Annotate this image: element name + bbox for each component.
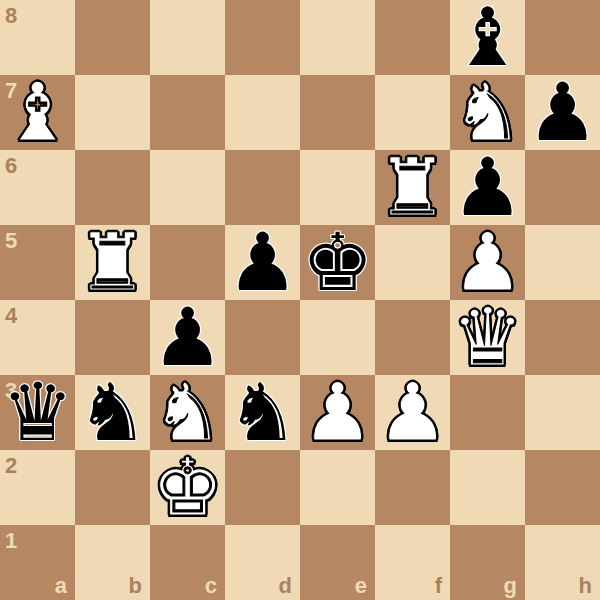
square-c2[interactable]: ♚ — [150, 450, 225, 525]
square-c8[interactable] — [150, 0, 225, 75]
rank-label-8: 8 — [5, 5, 17, 27]
black-queen-a3[interactable]: ♛ — [0, 375, 75, 450]
file-label-e: e — [355, 575, 367, 597]
square-g4[interactable]: ♛ — [450, 300, 525, 375]
square-g7[interactable]: ♞ — [450, 75, 525, 150]
rank-label-5: 5 — [5, 230, 17, 252]
square-d5[interactable]: ♟︎ — [225, 225, 300, 300]
square-b8[interactable] — [75, 0, 150, 75]
square-g8[interactable]: ♝ — [450, 0, 525, 75]
square-h1[interactable]: h — [525, 525, 600, 600]
white-pawn-f3[interactable]: ♟︎ — [375, 375, 450, 450]
black-pawn-d5[interactable]: ♟︎ — [225, 225, 300, 300]
square-b4[interactable] — [75, 300, 150, 375]
square-g2[interactable] — [450, 450, 525, 525]
square-d7[interactable] — [225, 75, 300, 150]
white-rook-b5[interactable]: ♜ — [75, 225, 150, 300]
file-label-b: b — [129, 575, 142, 597]
black-knight-d3[interactable]: ♞ — [225, 375, 300, 450]
file-label-a: a — [55, 575, 67, 597]
square-a8[interactable]: 8 — [0, 0, 75, 75]
square-h7[interactable]: ♟︎ — [525, 75, 600, 150]
square-c3[interactable]: ♞ — [150, 375, 225, 450]
square-a1[interactable]: 1a — [0, 525, 75, 600]
black-king-e5[interactable]: ♚ — [300, 225, 375, 300]
square-d8[interactable] — [225, 0, 300, 75]
square-c1[interactable]: c — [150, 525, 225, 600]
square-c7[interactable] — [150, 75, 225, 150]
square-d1[interactable]: d — [225, 525, 300, 600]
white-queen-g4[interactable]: ♛ — [450, 300, 525, 375]
square-d3[interactable]: ♞ — [225, 375, 300, 450]
square-h8[interactable] — [525, 0, 600, 75]
square-h3[interactable] — [525, 375, 600, 450]
square-e5[interactable]: ♚ — [300, 225, 375, 300]
square-c6[interactable] — [150, 150, 225, 225]
square-a6[interactable]: 6 — [0, 150, 75, 225]
square-h2[interactable] — [525, 450, 600, 525]
white-bishop-a7[interactable]: ♝ — [0, 75, 75, 150]
white-knight-g7[interactable]: ♞ — [450, 75, 525, 150]
square-f4[interactable] — [375, 300, 450, 375]
square-e8[interactable] — [300, 0, 375, 75]
file-label-d: d — [279, 575, 292, 597]
square-a7[interactable]: 7♝ — [0, 75, 75, 150]
square-b6[interactable] — [75, 150, 150, 225]
square-d4[interactable] — [225, 300, 300, 375]
white-rook-f6[interactable]: ♜ — [375, 150, 450, 225]
square-b5[interactable]: ♜ — [75, 225, 150, 300]
square-d2[interactable] — [225, 450, 300, 525]
square-b1[interactable]: b — [75, 525, 150, 600]
square-b3[interactable]: ♞ — [75, 375, 150, 450]
white-king-c2[interactable]: ♚ — [150, 450, 225, 525]
square-g1[interactable]: g — [450, 525, 525, 600]
rank-label-4: 4 — [5, 305, 17, 327]
chess-board: 8♝7♝♞♟︎6♜♟︎5♜♟︎♚♟︎4♟︎♛3♛♞♞♞♟︎♟︎2♚1abcdef… — [0, 0, 600, 600]
black-pawn-g6[interactable]: ♟︎ — [450, 150, 525, 225]
square-f7[interactable] — [375, 75, 450, 150]
square-e2[interactable] — [300, 450, 375, 525]
rank-label-1: 1 — [5, 530, 17, 552]
square-g3[interactable] — [450, 375, 525, 450]
square-e3[interactable]: ♟︎ — [300, 375, 375, 450]
square-h4[interactable] — [525, 300, 600, 375]
square-g6[interactable]: ♟︎ — [450, 150, 525, 225]
square-f8[interactable] — [375, 0, 450, 75]
file-label-h: h — [579, 575, 592, 597]
black-pawn-h7[interactable]: ♟︎ — [525, 75, 600, 150]
square-h5[interactable] — [525, 225, 600, 300]
white-pawn-g5[interactable]: ♟︎ — [450, 225, 525, 300]
square-c4[interactable]: ♟︎ — [150, 300, 225, 375]
square-b2[interactable] — [75, 450, 150, 525]
file-label-c: c — [205, 575, 217, 597]
square-g5[interactable]: ♟︎ — [450, 225, 525, 300]
square-c5[interactable] — [150, 225, 225, 300]
square-f6[interactable]: ♜ — [375, 150, 450, 225]
white-knight-c3[interactable]: ♞ — [150, 375, 225, 450]
black-bishop-g8[interactable]: ♝ — [450, 0, 525, 75]
square-f2[interactable] — [375, 450, 450, 525]
file-label-f: f — [435, 575, 442, 597]
square-a3[interactable]: 3♛ — [0, 375, 75, 450]
square-f1[interactable]: f — [375, 525, 450, 600]
square-a2[interactable]: 2 — [0, 450, 75, 525]
square-a5[interactable]: 5 — [0, 225, 75, 300]
black-pawn-c4[interactable]: ♟︎ — [150, 300, 225, 375]
file-label-g: g — [504, 575, 517, 597]
square-a4[interactable]: 4 — [0, 300, 75, 375]
square-e4[interactable] — [300, 300, 375, 375]
black-knight-b3[interactable]: ♞ — [75, 375, 150, 450]
square-h6[interactable] — [525, 150, 600, 225]
square-f3[interactable]: ♟︎ — [375, 375, 450, 450]
square-e6[interactable] — [300, 150, 375, 225]
square-e7[interactable] — [300, 75, 375, 150]
square-e1[interactable]: e — [300, 525, 375, 600]
white-pawn-e3[interactable]: ♟︎ — [300, 375, 375, 450]
square-b7[interactable] — [75, 75, 150, 150]
square-f5[interactable] — [375, 225, 450, 300]
square-d6[interactable] — [225, 150, 300, 225]
